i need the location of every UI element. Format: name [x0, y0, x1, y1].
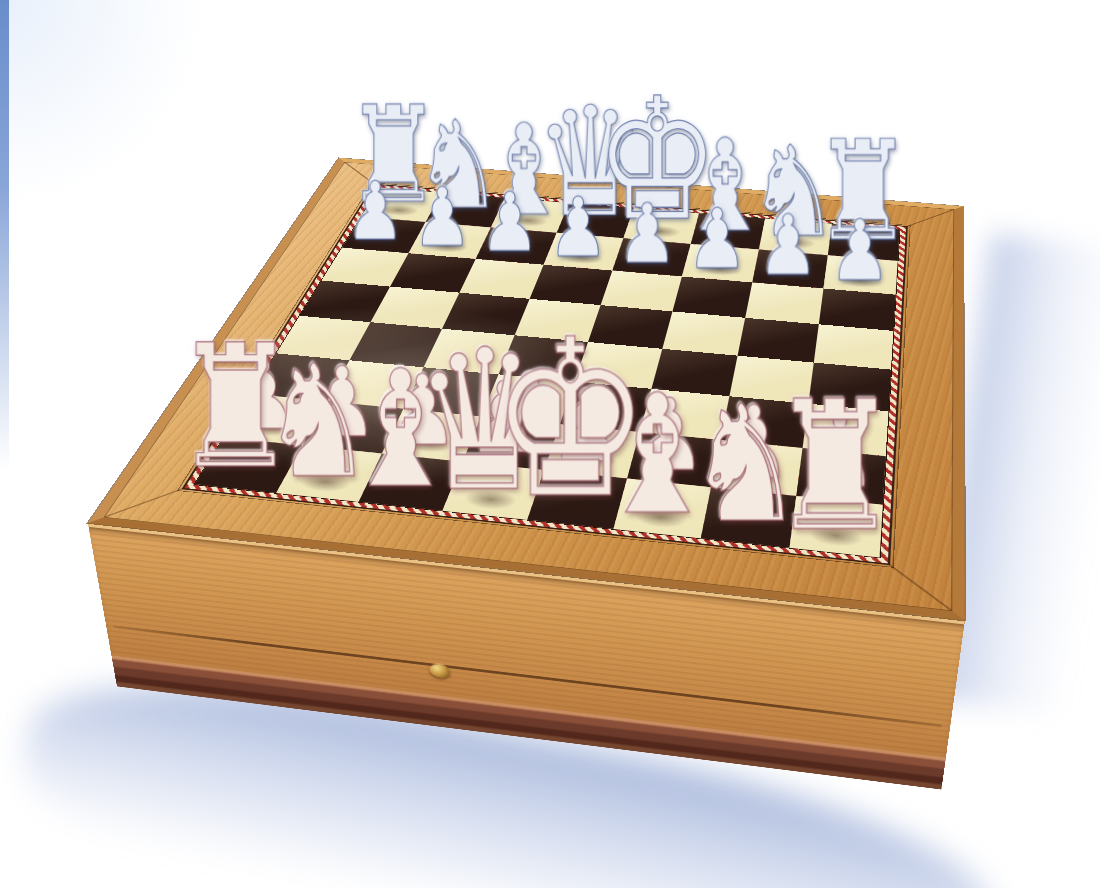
photo-backdrop: ♜♞♝♛♚♝♞♜♟♟♟♟♟♟♟♟♟♟♟♟♟♟♟♟♜♞♝♛♚♝♞♜ [0, 0, 1100, 888]
photo-edge-blue-strip [0, 0, 9, 470]
frame-miter-joint [877, 557, 953, 611]
inlay-rope-border: ♜♞♝♛♚♝♞♜♟♟♟♟♟♟♟♟♟♟♟♟♟♟♟♟♜♞♝♛♚♝♞♜ [181, 184, 907, 565]
chess-board: ♜♞♝♛♚♝♞♜♟♟♟♟♟♟♟♟♟♟♟♟♟♟♟♟♜♞♝♛♚♝♞♜ [195, 188, 900, 558]
square-h1[interactable]: ♜ [790, 496, 883, 557]
square-h7[interactable]: ♟ [823, 255, 897, 295]
piece-black-pawn[interactable]: ♟ [776, 211, 944, 291]
square-h6[interactable] [819, 289, 896, 331]
square-g5[interactable] [738, 318, 819, 363]
piece-white-rook[interactable]: ♜ [729, 382, 940, 552]
square-f5[interactable] [662, 311, 745, 355]
